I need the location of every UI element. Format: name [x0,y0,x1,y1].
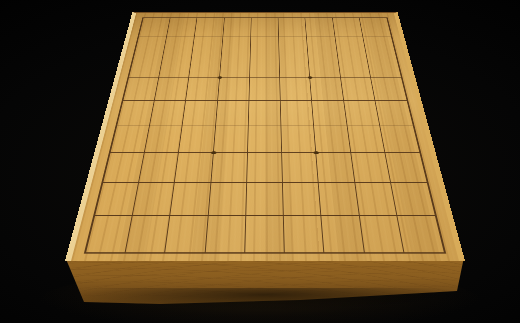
board-cell [186,77,219,100]
board-cell [213,126,248,153]
shogi-board-surface [65,12,465,261]
board-cell [117,100,155,125]
board-cell [249,100,282,125]
board-cell [123,77,159,100]
board-cell [159,56,192,77]
board-cell [183,100,218,125]
photo-background [0,0,520,323]
board-cell [307,36,338,56]
board-cell [305,18,334,36]
board-cell [351,153,391,183]
board-cell [278,18,306,36]
board-cell [363,36,396,56]
star-point [314,151,319,154]
board-cell [211,153,248,183]
board-cell [248,126,282,153]
board-cell [282,153,319,183]
board-cell [175,153,213,183]
board-cell [284,216,325,252]
board-cell [250,56,280,77]
board-cell [335,36,367,56]
board-cell [279,36,309,56]
board-cell [205,216,246,252]
board-cell [316,153,354,183]
board-cell [371,77,407,100]
board-cell [332,18,362,36]
board-cell [218,77,250,100]
board-cell [95,183,139,216]
board-cell [110,126,150,153]
board-cell [355,183,397,216]
board-cell [171,183,211,216]
board-cell [283,183,322,216]
board-cell [139,153,179,183]
board-cell [189,56,221,77]
board-cell [192,36,223,56]
board-cell [375,100,413,125]
board-cell [216,100,250,125]
board-cell [359,18,390,36]
board-cell [166,216,209,252]
board-cell [129,56,163,77]
board-cell [281,126,316,153]
board-cell [397,216,444,252]
board-cell [223,18,251,36]
board-cell [247,153,283,183]
board-cell [250,36,279,56]
board-cell [126,216,171,252]
board-cell [341,77,376,100]
board-cell [103,153,145,183]
board-cell [139,18,170,36]
board-cell [246,183,284,216]
board-cell [251,18,279,36]
board-cell [280,56,311,77]
board-cell [167,18,197,36]
board-cell [220,56,251,77]
board-cell [150,100,186,125]
board-cell [385,153,427,183]
board-cell [391,183,435,216]
board-cell [133,183,175,216]
board-cell [319,183,359,216]
board-cell [134,36,167,56]
board-cell [245,216,285,252]
board-cell [309,56,341,77]
board-cell [155,77,190,100]
board-floor-seam [70,288,465,310]
board-cell [367,56,401,77]
star-point [308,76,313,78]
board-grid [84,17,446,253]
board-cell [312,100,347,125]
board-cell [347,126,385,153]
board-cell [310,77,343,100]
board-cell [314,126,351,153]
board-cell [145,126,183,153]
board-cell [281,100,315,125]
board-cell [380,126,420,153]
board-cell [280,77,312,100]
board-cell [195,18,224,36]
board-cell [344,100,380,125]
board-cell [179,126,216,153]
board-cell [338,56,371,77]
board-cell [163,36,195,56]
board-cell [221,36,251,56]
board-cell [208,183,247,216]
board-cell [322,216,365,252]
board-cell [249,77,280,100]
